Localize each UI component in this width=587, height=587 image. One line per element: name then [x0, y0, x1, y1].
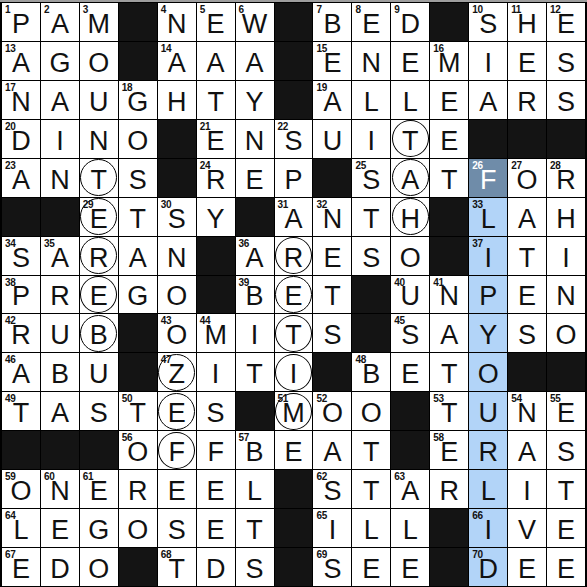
grid-cell-r6c6[interactable]: Y [197, 198, 235, 236]
grid-cell-r13c15[interactable]: T [547, 470, 585, 508]
black-square [2, 198, 40, 236]
grid-cell-r7c7[interactable]: 36A [236, 237, 274, 275]
grid-cell-r6c4[interactable]: T [119, 198, 157, 236]
grid-cell-r2c12[interactable]: 16M [430, 42, 468, 80]
clue-number: 36 [239, 238, 250, 249]
grid-cell-r2c10[interactable]: N [352, 42, 390, 80]
grid-cell-r3c6[interactable]: T [197, 81, 235, 119]
cell-letter: R [439, 478, 459, 508]
grid-cell-r4c9[interactable]: U [313, 120, 351, 158]
grid-cell-r15c7[interactable]: S [236, 548, 274, 586]
grid-cell-r6c3[interactable]: 29E [80, 198, 118, 236]
grid-cell-r4c11[interactable]: T [391, 120, 429, 158]
black-square [430, 237, 468, 275]
grid-cell-r5c13[interactable]: 26F [469, 159, 507, 197]
black-square [547, 353, 585, 391]
grid-cell-r2c11[interactable]: E [391, 42, 429, 80]
grid-cell-r15c3[interactable]: O [80, 548, 118, 586]
grid-cell-r12c7[interactable]: 57B [236, 431, 274, 469]
clue-number: 68 [161, 549, 172, 560]
grid-cell-r14c15[interactable]: E [547, 509, 585, 547]
grid-cell-r14c13[interactable]: 66I [469, 509, 507, 547]
cell-letter: N [439, 283, 459, 313]
grid-cell-r14c2[interactable]: E [41, 509, 79, 547]
clue-number: 11 [511, 4, 521, 15]
grid-cell-r6c15[interactable]: H [547, 198, 585, 236]
grid-cell-r13c3[interactable]: 61E [80, 470, 118, 508]
grid-cell-r8c5[interactable]: O [158, 276, 196, 314]
grid-cell-r9c7[interactable]: I [236, 314, 274, 352]
grid-cell-r4c6[interactable]: 21E [197, 120, 235, 158]
cell-letter: S [557, 50, 575, 80]
grid-cell-r1c2[interactable]: 2A [41, 3, 79, 41]
grid-cell-r3c14[interactable]: R [508, 81, 546, 119]
grid-cell-r7c5[interactable]: N [158, 237, 196, 275]
grid-cell-r1c9[interactable]: 7B [313, 3, 351, 41]
cell-letter: O [322, 400, 343, 430]
grid-cell-r11c3[interactable]: S [80, 392, 118, 430]
grid-cell-r12c4[interactable]: 56O [119, 431, 157, 469]
grid-cell-r4c4[interactable]: O [119, 120, 157, 158]
grid-cell-r15c13[interactable]: 70D [469, 548, 507, 586]
cell-letter: R [89, 245, 109, 275]
grid-cell-r10c2[interactable]: B [41, 353, 79, 391]
grid-cell-r15c9[interactable]: 69S [313, 548, 351, 586]
grid-cell-r2c13[interactable]: I [469, 42, 507, 80]
grid-cell-r7c14[interactable]: T [508, 237, 546, 275]
grid-cell-r12c6[interactable]: F [197, 431, 235, 469]
grid-cell-r11c13[interactable]: U [469, 392, 507, 430]
clue-number: 67 [5, 549, 16, 560]
grid-cell-r3c9[interactable]: 19A [313, 81, 351, 119]
grid-cell-r4c1[interactable]: 20D [2, 120, 40, 158]
grid-cell-r2c14[interactable]: E [508, 42, 546, 80]
grid-cell-r9c6[interactable]: 44M [197, 314, 235, 352]
grid-cell-r3c7[interactable]: Y [236, 81, 274, 119]
black-square [469, 120, 507, 158]
black-square [119, 548, 157, 586]
grid-cell-r2c5[interactable]: 14A [158, 42, 196, 80]
grid-cell-r5c2[interactable]: N [41, 159, 79, 197]
grid-cell-r14c5[interactable]: S [158, 509, 196, 547]
grid-cell-r2c3[interactable]: O [80, 42, 118, 80]
grid-cell-r5c4[interactable]: S [119, 159, 157, 197]
clue-number: 33 [472, 199, 483, 210]
cell-letter: H [517, 11, 537, 41]
black-square [275, 81, 313, 119]
cell-letter: U [478, 400, 498, 430]
clue-number: 2 [44, 4, 49, 15]
cell-letter: A [323, 89, 341, 119]
grid-cell-r1c10[interactable]: 8E [352, 3, 390, 41]
cell-letter: S [518, 322, 536, 352]
grid-cell-r13c2[interactable]: 60N [41, 470, 79, 508]
grid-cell-r8c13[interactable]: P [469, 276, 507, 314]
clue-number: 57 [239, 432, 250, 443]
grid-cell-r11c8[interactable]: 51M [275, 392, 313, 430]
grid-cell-r1c3[interactable]: 3M [80, 3, 118, 41]
grid-cell-r11c10[interactable]: O [352, 392, 390, 430]
grid-cell-r9c5[interactable]: 43O [158, 314, 196, 352]
grid-cell-r13c1[interactable]: 59O [2, 470, 40, 508]
cell-letter: I [368, 128, 376, 158]
clue-number: 1 [5, 4, 10, 15]
grid-cell-r2c9[interactable]: 15E [313, 42, 351, 80]
grid-cell-r3c10[interactable]: L [352, 81, 390, 119]
black-square [430, 198, 468, 236]
grid-cell-r4c3[interactable]: N [80, 120, 118, 158]
grid-cell-r14c3[interactable]: G [80, 509, 118, 547]
grid-cell-r4c2[interactable]: I [41, 120, 79, 158]
grid-cell-r8c11[interactable]: 40U [391, 276, 429, 314]
clue-number: 14 [161, 43, 172, 54]
cell-letter: E [518, 283, 536, 313]
grid-cell-r4c8[interactable]: 22S [275, 120, 313, 158]
black-square [391, 431, 429, 469]
grid-cell-r5c14[interactable]: 27O [508, 159, 546, 197]
grid-cell-r1c14[interactable]: 11H [508, 3, 546, 41]
cell-letter: B [323, 11, 341, 41]
grid-cell-r1c6[interactable]: 5E [197, 3, 235, 41]
cell-letter: E [207, 478, 225, 508]
grid-cell-r14c4[interactable]: O [119, 509, 157, 547]
clue-number: 31 [278, 199, 289, 210]
grid-cell-r5c10[interactable]: 25S [352, 159, 390, 197]
cell-letter: A [207, 50, 225, 80]
cell-letter: E [168, 478, 186, 508]
grid-cell-r14c7[interactable]: T [236, 509, 274, 547]
cell-letter: G [127, 89, 148, 119]
cell-letter: I [484, 245, 492, 275]
grid-cell-r3c11[interactable]: L [391, 81, 429, 119]
grid-cell-r8c12[interactable]: 41N [430, 276, 468, 314]
grid-cell-r1c7[interactable]: 6W [236, 3, 274, 41]
grid-cell-r5c12[interactable]: T [430, 159, 468, 197]
grid-cell-r9c1[interactable]: 42R [2, 314, 40, 352]
grid-cell-r11c9[interactable]: 52O [313, 392, 351, 430]
grid-cell-r6c5[interactable]: 30S [158, 198, 196, 236]
cell-letter: L [13, 517, 28, 547]
cell-letter: T [13, 400, 30, 430]
grid-cell-r11c2[interactable]: A [41, 392, 79, 430]
grid-cell-r5c11[interactable]: A [391, 159, 429, 197]
cell-letter: T [441, 167, 458, 197]
clue-number: 17 [5, 82, 16, 93]
clue-number: 40 [394, 277, 405, 288]
grid-cell-r9c13[interactable]: Y [469, 314, 507, 352]
clue-number: 6 [239, 4, 244, 15]
grid-cell-r10c8[interactable]: I [275, 353, 313, 391]
grid-cell-r13c4[interactable]: R [119, 470, 157, 508]
grid-cell-r1c15[interactable]: 12E [547, 3, 585, 41]
grid-cell-r10c6[interactable]: I [197, 353, 235, 391]
grid-cell-r11c1[interactable]: 49T [2, 392, 40, 430]
cell-letter: E [440, 439, 458, 469]
grid-cell-r11c14[interactable]: 54N [508, 392, 546, 430]
grid-cell-r13c11[interactable]: 63A [391, 470, 429, 508]
cell-letter: E [557, 11, 575, 41]
black-square [236, 198, 274, 236]
grid-cell-r4c12[interactable]: E [430, 120, 468, 158]
cell-letter: N [362, 50, 382, 80]
grid-cell-r14c6[interactable]: E [197, 509, 235, 547]
cell-letter: S [479, 11, 497, 41]
clue-number: 9 [394, 4, 399, 15]
grid-cell-r2c7[interactable]: A [236, 42, 274, 80]
clue-number: 16 [433, 43, 444, 54]
grid-cell-r12c13[interactable]: R [469, 431, 507, 469]
cell-letter: S [207, 400, 225, 430]
grid-cell-r6c13[interactable]: 33L [469, 198, 507, 236]
grid-cell-r13c6[interactable]: E [197, 470, 235, 508]
clue-number: 29 [83, 199, 94, 210]
grid-cell-r6c10[interactable]: T [352, 198, 390, 236]
grid-cell-r7c2[interactable]: 35A [41, 237, 79, 275]
cell-letter: S [12, 245, 30, 275]
grid-cell-r15c1[interactable]: 67E [2, 548, 40, 586]
grid-cell-r15c2[interactable]: D [41, 548, 79, 586]
grid-cell-r9c15[interactable]: O [547, 314, 585, 352]
grid-cell-r2c1[interactable]: 13A [2, 42, 40, 80]
grid-cell-r13c14[interactable]: I [508, 470, 546, 508]
grid-cell-r9c14[interactable]: S [508, 314, 546, 352]
grid-cell-r7c15[interactable]: I [547, 237, 585, 275]
cell-letter: E [51, 517, 69, 547]
grid-cell-r7c3[interactable]: R [80, 237, 118, 275]
grid-cell-r8c3[interactable]: E [80, 276, 118, 314]
grid-cell-r12c5[interactable]: F [158, 431, 196, 469]
grid-cell-r10c13[interactable]: O [469, 353, 507, 391]
grid-cell-r8c8[interactable]: E [275, 276, 313, 314]
cell-letter: H [401, 206, 421, 236]
clue-number: 59 [5, 471, 16, 482]
grid-cell-r3c12[interactable]: E [430, 81, 468, 119]
grid-cell-r10c7[interactable]: T [236, 353, 274, 391]
cell-letter: I [212, 361, 220, 391]
black-square [275, 470, 313, 508]
cell-letter: E [362, 556, 380, 586]
clue-number: 54 [511, 393, 522, 404]
grid-cell-r5c1[interactable]: 23A [2, 159, 40, 197]
grid-cell-r11c15[interactable]: 55E [547, 392, 585, 430]
clue-number: 48 [355, 354, 366, 365]
grid-cell-r13c13[interactable]: L [469, 470, 507, 508]
grid-cell-r1c11[interactable]: 9D [391, 3, 429, 41]
grid-cell-r11c6[interactable]: S [197, 392, 235, 430]
grid-cell-r2c15[interactable]: S [547, 42, 585, 80]
grid-cell-r2c6[interactable]: A [197, 42, 235, 80]
grid-cell-r14c11[interactable]: L [391, 509, 429, 547]
grid-cell-r7c13[interactable]: 37I [469, 237, 507, 275]
grid-cell-r15c11[interactable]: E [391, 548, 429, 586]
cell-letter: T [441, 361, 458, 391]
black-square [352, 314, 390, 352]
grid-cell-r12c10[interactable]: T [352, 431, 390, 469]
clue-number: 62 [316, 471, 327, 482]
grid-cell-r11c4[interactable]: 50T [119, 392, 157, 430]
clue-number: 51 [278, 393, 289, 404]
grid-cell-r9c2[interactable]: U [41, 314, 79, 352]
grid-cell-r15c15[interactable]: E [547, 548, 585, 586]
grid-cell-r8c4[interactable]: G [119, 276, 157, 314]
grid-cell-r3c4[interactable]: 18G [119, 81, 157, 119]
black-square [275, 42, 313, 80]
grid-cell-r8c2[interactable]: R [41, 276, 79, 314]
grid-cell-r10c10[interactable]: 48B [352, 353, 390, 391]
clue-number: 8 [355, 4, 360, 15]
cell-letter: A [401, 478, 419, 508]
cell-letter: T [91, 167, 108, 197]
grid-cell-r8c7[interactable]: 39B [236, 276, 274, 314]
grid-cell-r5c15[interactable]: 28R [547, 159, 585, 197]
grid-cell-r8c14[interactable]: E [508, 276, 546, 314]
grid-cell-r5c3[interactable]: T [80, 159, 118, 197]
cell-letter: N [556, 283, 576, 313]
cell-letter: T [168, 556, 185, 586]
cell-letter: T [363, 206, 380, 236]
cell-letter: T [363, 439, 380, 469]
cell-letter: V [518, 517, 536, 547]
grid-cell-r14c9[interactable]: 65I [313, 509, 351, 547]
grid-cell-r7c10[interactable]: S [352, 237, 390, 275]
grid-cell-r8c15[interactable]: N [547, 276, 585, 314]
grid-cell-r13c5[interactable]: E [158, 470, 196, 508]
grid-cell-r15c10[interactable]: E [352, 548, 390, 586]
grid-cell-r6c11[interactable]: H [391, 198, 429, 236]
grid-cell-r12c12[interactable]: 58E [430, 431, 468, 469]
grid-cell-r1c5[interactable]: 4N [158, 3, 196, 41]
grid-cell-r14c1[interactable]: 64L [2, 509, 40, 547]
grid-cell-r7c11[interactable]: O [391, 237, 429, 275]
grid-cell-r6c9[interactable]: 32N [313, 198, 351, 236]
grid-cell-r10c12[interactable]: T [430, 353, 468, 391]
grid-cell-r10c11[interactable]: E [391, 353, 429, 391]
grid-cell-r15c5[interactable]: 68T [158, 548, 196, 586]
cell-letter: F [207, 439, 224, 469]
grid-cell-r6c14[interactable]: A [508, 198, 546, 236]
cell-letter: Z [168, 361, 185, 391]
cell-letter: U [89, 89, 109, 119]
cell-letter: A [401, 167, 419, 197]
grid-cell-r5c8[interactable]: P [275, 159, 313, 197]
cell-letter: I [484, 517, 492, 547]
grid-cell-r2c2[interactable]: G [41, 42, 79, 80]
grid-cell-r12c14[interactable]: A [508, 431, 546, 469]
grid-cell-r3c3[interactable]: U [80, 81, 118, 119]
grid-cell-r12c15[interactable]: S [547, 431, 585, 469]
grid-cell-r3c5[interactable]: H [158, 81, 196, 119]
grid-cell-r14c14[interactable]: V [508, 509, 546, 547]
grid-cell-r1c13[interactable]: 10S [469, 3, 507, 41]
cell-letter: L [247, 478, 262, 508]
grid-cell-r6c8[interactable]: 31A [275, 198, 313, 236]
clue-number: 70 [472, 549, 483, 560]
grid-cell-r3c1[interactable]: 17N [2, 81, 40, 119]
cell-letter: E [440, 89, 458, 119]
cell-letter: N [11, 89, 31, 119]
cell-letter: A [51, 245, 69, 275]
grid-cell-r7c4[interactable]: A [119, 237, 157, 275]
cell-letter: N [517, 400, 537, 430]
black-square [547, 120, 585, 158]
black-square [430, 3, 468, 41]
cell-letter: E [557, 556, 575, 586]
cell-letter: A [518, 206, 536, 236]
grid-cell-r9c12[interactable]: A [430, 314, 468, 352]
cell-letter: N [89, 128, 109, 158]
grid-cell-r9c11[interactable]: 45S [391, 314, 429, 352]
cell-letter: L [403, 89, 418, 119]
cell-letter: D [50, 556, 70, 586]
grid-cell-r7c9[interactable]: E [313, 237, 351, 275]
grid-cell-r7c1[interactable]: 34S [2, 237, 40, 275]
cell-letter: G [127, 283, 148, 313]
grid-cell-r11c5[interactable]: E [158, 392, 196, 430]
cell-letter: S [401, 322, 419, 352]
grid-cell-r4c7[interactable]: N [236, 120, 274, 158]
grid-cell-r13c12[interactable]: R [430, 470, 468, 508]
grid-cell-r11c12[interactable]: 53T [430, 392, 468, 430]
grid-cell-r7c8[interactable]: R [275, 237, 313, 275]
black-square [119, 353, 157, 391]
grid-cell-r12c9[interactable]: A [313, 431, 351, 469]
grid-cell-r10c5[interactable]: 47Z [158, 353, 196, 391]
cell-letter: P [479, 283, 497, 313]
grid-cell-r3c2[interactable]: A [41, 81, 79, 119]
grid-cell-r13c10[interactable]: T [352, 470, 390, 508]
grid-cell-r15c14[interactable]: E [508, 548, 546, 586]
grid-cell-r1c1[interactable]: 1P [2, 3, 40, 41]
grid-cell-r4c10[interactable]: I [352, 120, 390, 158]
clue-number: 47 [161, 354, 172, 365]
grid-cell-r10c3[interactable]: U [80, 353, 118, 391]
grid-cell-r10c1[interactable]: 46A [2, 353, 40, 391]
clue-number: 53 [433, 393, 444, 404]
cell-letter: I [251, 322, 259, 352]
grid-cell-r13c7[interactable]: L [236, 470, 274, 508]
grid-cell-r5c6[interactable]: 24R [197, 159, 235, 197]
grid-cell-r14c10[interactable]: L [352, 509, 390, 547]
cell-letter: A [246, 50, 264, 80]
grid-cell-r12c8[interactable]: E [275, 431, 313, 469]
grid-cell-r15c6[interactable]: D [197, 548, 235, 586]
cell-letter: T [246, 361, 263, 391]
grid-cell-r13c9[interactable]: 62S [313, 470, 351, 508]
cell-letter: T [246, 517, 263, 547]
cell-letter: E [518, 556, 536, 586]
cell-letter: O [10, 478, 31, 508]
cell-letter: O [127, 517, 148, 547]
cell-letter: E [284, 283, 302, 313]
grid-cell-r8c1[interactable]: 38P [2, 276, 40, 314]
cell-letter: D [206, 556, 226, 586]
cell-letter: T [207, 89, 224, 119]
clue-number: 66 [472, 510, 483, 521]
grid-cell-r9c3[interactable]: B [80, 314, 118, 352]
grid-cell-r9c8[interactable]: T [275, 314, 313, 352]
clue-number: 41 [433, 277, 444, 288]
grid-cell-r9c9[interactable]: S [313, 314, 351, 352]
cell-letter: E [90, 206, 108, 236]
grid-cell-r8c9[interactable]: T [313, 276, 351, 314]
grid-cell-r3c13[interactable]: A [469, 81, 507, 119]
grid-cell-r3c15[interactable]: S [547, 81, 585, 119]
black-square [313, 159, 351, 197]
clue-number: 24 [200, 160, 211, 171]
grid-cell-r5c7[interactable]: E [236, 159, 274, 197]
black-square [352, 276, 390, 314]
cell-letter: A [246, 245, 264, 275]
